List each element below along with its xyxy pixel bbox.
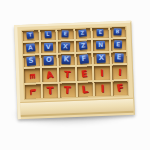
- compartment-r5c1[interactable]: L: [25, 84, 41, 99]
- letter-piece-blue[interactable]: E: [61, 31, 69, 38]
- letter-piece-blue[interactable]: X: [96, 54, 106, 63]
- letter-piece-blue[interactable]: O: [44, 56, 54, 65]
- compartment-r4c2[interactable]: A: [41, 68, 57, 82]
- letter-piece-blue[interactable]: E: [114, 53, 123, 62]
- letter-piece-red[interactable]: T: [64, 70, 71, 79]
- letter-piece-blue[interactable]: F: [79, 54, 89, 64]
- compartment-r5c4[interactable]: L: [77, 82, 93, 97]
- letter-piece-blue[interactable]: V: [44, 43, 53, 51]
- letter-piece-blue[interactable]: B: [114, 28, 122, 35]
- compartment-r3c2[interactable]: O: [41, 54, 57, 66]
- letter-piece-blue[interactable]: K: [61, 55, 71, 64]
- wooden-alphabet-box: TLEZEBAVXZNESOKFXEEATEIILTTLIF: [14, 21, 135, 119]
- letter-piece-blue[interactable]: Z: [79, 41, 88, 50]
- letter-piece-blue[interactable]: E: [114, 40, 122, 48]
- letter-piece-red[interactable]: I: [100, 69, 104, 78]
- letter-piece-blue[interactable]: N: [96, 41, 105, 49]
- compartment-r5c3[interactable]: T: [60, 83, 76, 98]
- compartment-r3c4[interactable]: F: [76, 53, 92, 65]
- compartment-r5c2[interactable]: T: [42, 83, 58, 98]
- compartment-r2c4[interactable]: Z: [75, 40, 91, 51]
- compartment-r1c5[interactable]: E: [92, 28, 108, 38]
- product-photo: TLEZEBAVXZNESOKFXEEATEIILTTLIF: [0, 0, 150, 150]
- compartment-r3c6[interactable]: E: [111, 52, 127, 64]
- compartment-r2c5[interactable]: N: [93, 39, 109, 50]
- compartment-r1c6[interactable]: B: [110, 27, 126, 37]
- letter-piece-red[interactable]: A: [45, 70, 53, 80]
- letter-piece-blue[interactable]: T: [26, 32, 34, 40]
- letter-piece-red[interactable]: T: [64, 85, 71, 95]
- compartment-r4c4[interactable]: E: [76, 67, 92, 81]
- compartment-r3c3[interactable]: K: [58, 54, 74, 66]
- letter-piece-red[interactable]: L: [81, 84, 88, 95]
- letter-piece-blue[interactable]: A: [26, 43, 35, 52]
- box-front-panel: [20, 98, 133, 117]
- letter-piece-blue[interactable]: Z: [79, 30, 87, 38]
- compartment-r5c6[interactable]: F: [112, 81, 128, 96]
- compartment-r1c2[interactable]: L: [40, 30, 56, 40]
- letter-piece-red[interactable]: F: [116, 83, 125, 94]
- letter-piece-blue[interactable]: E: [96, 29, 104, 36]
- letter-piece-red[interactable]: E: [28, 72, 35, 79]
- letter-piece-blue[interactable]: S: [26, 56, 36, 66]
- letter-piece-red[interactable]: I: [117, 68, 121, 77]
- compartment-r2c1[interactable]: A: [23, 42, 39, 53]
- compartment-r3c1[interactable]: S: [23, 55, 39, 67]
- compartment-r2c6[interactable]: E: [110, 39, 126, 50]
- compartment-r1c4[interactable]: Z: [75, 28, 91, 38]
- letter-piece-red[interactable]: I: [100, 84, 104, 94]
- letter-piece-red[interactable]: T: [46, 86, 53, 96]
- compartment-r4c3[interactable]: T: [59, 67, 75, 81]
- compartment-r2c2[interactable]: V: [40, 41, 56, 52]
- compartment-grid: TLEZEBAVXZNESOKFXEEATEIILTTLIF: [21, 26, 129, 100]
- compartment-r2c3[interactable]: X: [58, 41, 74, 52]
- compartment-r1c1[interactable]: T: [22, 30, 38, 40]
- letter-piece-blue[interactable]: L: [44, 31, 51, 38]
- letter-piece-red[interactable]: E: [81, 69, 88, 79]
- box-top-face: TLEZEBAVXZNESOKFXEEATEIILTTLIF: [17, 23, 133, 102]
- compartment-r4c5[interactable]: I: [94, 66, 110, 80]
- compartment-r4c1[interactable]: E: [24, 69, 40, 83]
- compartment-r3c5[interactable]: X: [93, 52, 109, 64]
- compartment-r5c5[interactable]: I: [94, 81, 110, 96]
- letter-piece-red[interactable]: L: [29, 88, 37, 95]
- compartment-r4c6[interactable]: I: [111, 65, 127, 79]
- compartment-r1c3[interactable]: E: [57, 29, 73, 39]
- letter-piece-blue[interactable]: X: [61, 42, 70, 50]
